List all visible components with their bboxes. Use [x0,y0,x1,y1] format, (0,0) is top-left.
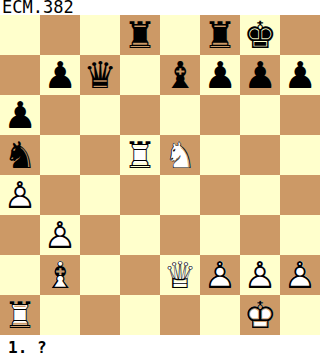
square-c5[interactable] [80,135,120,175]
white-pawn[interactable]: ♟♙ [200,255,240,295]
diagram-title: ECM.382 [2,0,74,15]
square-h3[interactable] [280,215,320,255]
square-c4[interactable] [80,175,120,215]
white-pawn[interactable]: ♟♙ [0,175,40,215]
square-d2[interactable] [120,255,160,295]
white-bishop[interactable]: ♝♗ [40,255,80,295]
square-g1[interactable]: ♚♔ [240,295,280,335]
white-queen[interactable]: ♛♕ [160,255,200,295]
square-e5[interactable]: ♞♘ [160,135,200,175]
square-b2[interactable]: ♝♗ [40,255,80,295]
white-rook[interactable]: ♜♖ [120,135,160,175]
piece-outline: ♙ [240,255,280,295]
black-pawn[interactable]: ♟ [200,55,240,95]
square-g2[interactable]: ♟♙ [240,255,280,295]
square-b8[interactable] [40,15,80,55]
square-e4[interactable] [160,175,200,215]
square-e1[interactable] [160,295,200,335]
white-knight[interactable]: ♞♘ [160,135,200,175]
piece-outline: ♖ [0,295,40,335]
square-d4[interactable] [120,175,160,215]
white-pawn[interactable]: ♟♙ [240,255,280,295]
square-h7[interactable]: ♟ [280,55,320,95]
piece-outline: ♙ [200,255,240,295]
square-e2[interactable]: ♛♕ [160,255,200,295]
square-h2[interactable]: ♟♙ [280,255,320,295]
black-bishop[interactable]: ♝ [160,55,200,95]
chess-diagram-window: ECM.382 ♜♜♚♟♛♝♟♟♟♟♞♜♖♞♘♟♙♟♙♝♗♛♕♟♙♟♙♟♙♜♖♚… [0,0,320,360]
square-e3[interactable] [160,215,200,255]
black-rook[interactable]: ♜ [200,15,240,55]
piece-outline: ♖ [120,135,160,175]
square-g4[interactable] [240,175,280,215]
square-a6[interactable]: ♟ [0,95,40,135]
square-e7[interactable]: ♝ [160,55,200,95]
square-b6[interactable] [40,95,80,135]
square-f6[interactable] [200,95,240,135]
square-g3[interactable] [240,215,280,255]
square-a2[interactable] [0,255,40,295]
square-f8[interactable]: ♜ [200,15,240,55]
black-pawn[interactable]: ♟ [0,95,40,135]
square-f7[interactable]: ♟ [200,55,240,95]
square-c8[interactable] [80,15,120,55]
square-f5[interactable] [200,135,240,175]
piece-outline: ♙ [40,215,80,255]
square-a5[interactable]: ♞ [0,135,40,175]
square-h1[interactable] [280,295,320,335]
square-d7[interactable] [120,55,160,95]
square-g5[interactable] [240,135,280,175]
square-g6[interactable] [240,95,280,135]
square-g7[interactable]: ♟ [240,55,280,95]
square-f4[interactable] [200,175,240,215]
square-b5[interactable] [40,135,80,175]
square-d8[interactable]: ♜ [120,15,160,55]
white-pawn[interactable]: ♟♙ [280,255,320,295]
square-h6[interactable] [280,95,320,135]
square-g8[interactable]: ♚ [240,15,280,55]
square-c6[interactable] [80,95,120,135]
square-f2[interactable]: ♟♙ [200,255,240,295]
white-rook[interactable]: ♜♖ [0,295,40,335]
black-queen[interactable]: ♛ [80,55,120,95]
square-f3[interactable] [200,215,240,255]
square-d5[interactable]: ♜♖ [120,135,160,175]
square-c2[interactable] [80,255,120,295]
black-king[interactable]: ♚ [240,15,280,55]
square-a8[interactable] [0,15,40,55]
square-b4[interactable] [40,175,80,215]
square-c7[interactable]: ♛ [80,55,120,95]
black-pawn[interactable]: ♟ [240,55,280,95]
square-b3[interactable]: ♟♙ [40,215,80,255]
piece-outline: ♙ [0,175,40,215]
square-e8[interactable] [160,15,200,55]
square-h4[interactable] [280,175,320,215]
square-h5[interactable] [280,135,320,175]
white-pawn[interactable]: ♟♙ [40,215,80,255]
black-rook[interactable]: ♜ [120,15,160,55]
square-c1[interactable] [80,295,120,335]
piece-outline: ♗ [40,255,80,295]
chess-board: ♜♜♚♟♛♝♟♟♟♟♞♜♖♞♘♟♙♟♙♝♗♛♕♟♙♟♙♟♙♜♖♚♔ [0,15,320,335]
square-c3[interactable] [80,215,120,255]
square-h8[interactable] [280,15,320,55]
piece-outline: ♔ [240,295,280,335]
square-a3[interactable] [0,215,40,255]
piece-outline: ♘ [160,135,200,175]
square-d1[interactable] [120,295,160,335]
square-a4[interactable]: ♟♙ [0,175,40,215]
square-f1[interactable] [200,295,240,335]
piece-outline: ♙ [280,255,320,295]
square-d6[interactable] [120,95,160,135]
black-pawn[interactable]: ♟ [280,55,320,95]
square-a7[interactable] [0,55,40,95]
black-knight[interactable]: ♞ [0,135,40,175]
white-king[interactable]: ♚♔ [240,295,280,335]
square-b7[interactable]: ♟ [40,55,80,95]
square-d3[interactable] [120,215,160,255]
square-e6[interactable] [160,95,200,135]
black-pawn[interactable]: ♟ [40,55,80,95]
move-prompt: 1. ? [8,335,47,360]
square-b1[interactable] [40,295,80,335]
piece-outline: ♕ [160,255,200,295]
square-a1[interactable]: ♜♖ [0,295,40,335]
